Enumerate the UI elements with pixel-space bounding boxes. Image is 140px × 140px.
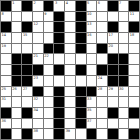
white-cell[interactable] (33, 44, 43, 54)
clue-number: 31 (2, 97, 6, 101)
white-cell[interactable] (97, 12, 107, 22)
white-cell[interactable] (44, 76, 54, 86)
white-cell[interactable] (12, 44, 22, 54)
clue-number: 17 (108, 33, 112, 37)
white-cell[interactable]: 11 (129, 12, 139, 22)
clue-number: 14 (2, 33, 6, 37)
white-cell[interactable] (76, 129, 86, 139)
white-cell[interactable]: 15 (22, 33, 32, 43)
white-cell[interactable] (44, 87, 54, 97)
white-cell[interactable] (129, 87, 139, 97)
clue-number: 4 (66, 1, 68, 5)
white-cell[interactable]: 19 (1, 44, 11, 54)
white-cell[interactable] (108, 12, 118, 22)
white-cell[interactable]: 31 (1, 97, 11, 107)
white-cell[interactable] (12, 129, 22, 139)
black-cell (54, 119, 64, 129)
clue-number: 2 (34, 1, 36, 5)
white-cell[interactable] (108, 97, 118, 107)
black-cell (22, 22, 32, 32)
white-cell[interactable]: 24 (97, 76, 107, 86)
black-cell (108, 1, 118, 11)
black-cell (76, 119, 86, 129)
white-cell[interactable]: 14 (1, 33, 11, 43)
white-cell[interactable]: 13 (87, 22, 97, 32)
clue-number: 19 (2, 44, 6, 48)
white-cell[interactable] (22, 97, 32, 107)
clue-number: 30 (119, 87, 123, 91)
black-cell (22, 129, 32, 139)
white-cell[interactable] (12, 33, 22, 43)
white-cell[interactable]: 4 (65, 1, 75, 11)
black-cell (54, 65, 64, 75)
clue-number: 6 (98, 1, 100, 5)
black-cell (54, 12, 64, 22)
black-cell (54, 97, 64, 107)
white-cell[interactable] (119, 33, 129, 43)
black-cell (1, 22, 11, 32)
black-cell (76, 33, 86, 43)
white-cell[interactable]: 7 (119, 1, 129, 11)
black-cell (76, 12, 86, 22)
white-cell[interactable] (44, 65, 54, 75)
white-cell[interactable]: 21 (33, 54, 43, 64)
white-cell[interactable] (12, 12, 22, 22)
black-cell (129, 129, 139, 139)
clue-number: 27 (23, 87, 27, 91)
black-cell (76, 1, 86, 11)
white-cell[interactable] (33, 12, 43, 22)
white-cell[interactable] (33, 119, 43, 129)
white-cell[interactable] (1, 76, 11, 86)
clue-number: 20 (108, 44, 112, 48)
white-cell[interactable] (129, 65, 139, 75)
white-cell[interactable] (97, 22, 107, 32)
black-cell (33, 87, 43, 97)
black-cell (1, 108, 11, 118)
black-cell (22, 54, 32, 64)
black-cell (1, 129, 11, 139)
clue-number: 12 (34, 22, 38, 26)
white-cell[interactable] (129, 97, 139, 107)
clue-number: 3 (55, 1, 57, 5)
white-cell[interactable] (119, 44, 129, 54)
white-cell[interactable]: 10 (87, 12, 97, 22)
white-cell[interactable] (108, 119, 118, 129)
black-cell (54, 22, 64, 32)
white-cell[interactable] (65, 97, 75, 107)
white-cell[interactable] (129, 44, 139, 54)
black-cell (54, 129, 64, 139)
black-cell (76, 65, 86, 75)
clue-number: 13 (87, 22, 91, 26)
white-cell[interactable] (33, 33, 43, 43)
white-cell[interactable]: 22 (44, 54, 54, 64)
white-cell[interactable] (44, 33, 54, 43)
white-cell[interactable] (44, 22, 54, 32)
white-cell[interactable]: 34 (33, 108, 43, 118)
clue-number: 22 (44, 54, 48, 58)
white-cell[interactable]: 25 (1, 87, 11, 97)
black-cell (76, 44, 86, 54)
black-cell (54, 44, 64, 54)
white-cell[interactable] (44, 97, 54, 107)
white-cell[interactable] (1, 65, 11, 75)
white-cell[interactable]: 20 (108, 44, 118, 54)
clue-number: 15 (23, 33, 27, 37)
white-cell[interactable] (87, 54, 97, 64)
white-cell[interactable] (54, 76, 64, 86)
black-cell (108, 129, 118, 139)
white-cell[interactable]: 2 (33, 1, 43, 11)
white-cell[interactable]: 38 (33, 129, 43, 139)
white-cell[interactable] (97, 33, 107, 43)
white-cell[interactable]: 32 (33, 97, 43, 107)
white-cell[interactable] (97, 119, 107, 129)
white-cell[interactable] (129, 54, 139, 64)
black-cell (76, 108, 86, 118)
black-cell (119, 76, 129, 86)
clue-number: 38 (34, 129, 38, 133)
black-cell (97, 44, 107, 54)
white-cell[interactable] (119, 108, 129, 118)
black-cell (12, 54, 22, 64)
white-cell[interactable] (1, 54, 11, 64)
clue-number: 29 (108, 87, 112, 91)
black-cell (87, 129, 97, 139)
black-cell (12, 76, 22, 86)
white-cell[interactable] (76, 76, 86, 86)
white-cell[interactable] (22, 119, 32, 129)
white-cell[interactable] (65, 44, 75, 54)
clue-number: 32 (34, 97, 38, 101)
black-cell (129, 108, 139, 118)
clue-number: 33 (87, 97, 91, 101)
white-cell[interactable]: 17 (108, 33, 118, 43)
black-cell (76, 87, 86, 97)
white-cell[interactable] (97, 108, 107, 118)
black-cell (22, 76, 32, 86)
clue-number: 34 (34, 108, 38, 112)
white-cell[interactable] (44, 108, 54, 118)
white-cell[interactable] (44, 129, 54, 139)
clue-number: 16 (87, 33, 91, 37)
clue-number: 7 (119, 1, 121, 5)
white-cell[interactable] (12, 22, 22, 32)
white-cell[interactable]: 18 (129, 33, 139, 43)
white-cell[interactable]: 5 (87, 1, 97, 11)
black-cell (76, 22, 86, 32)
white-cell[interactable]: 23 (33, 76, 43, 86)
white-cell[interactable]: 27 (22, 87, 32, 97)
black-cell (22, 108, 32, 118)
white-cell[interactable] (119, 129, 129, 139)
white-cell[interactable] (119, 119, 129, 129)
white-cell[interactable] (119, 22, 129, 32)
white-cell[interactable] (54, 54, 64, 64)
white-cell[interactable] (119, 97, 129, 107)
white-cell[interactable] (97, 129, 107, 139)
white-cell[interactable] (22, 12, 32, 22)
clue-number: 1 (12, 1, 14, 5)
white-cell[interactable] (65, 76, 75, 86)
white-cell[interactable]: 1 (12, 1, 22, 11)
black-cell (87, 87, 97, 97)
clue-number: 5 (87, 1, 89, 5)
clue-number: 39 (66, 129, 70, 133)
black-cell (33, 65, 43, 75)
white-cell[interactable]: 3 (54, 1, 64, 11)
white-cell[interactable]: 29 (108, 87, 118, 97)
black-cell (108, 22, 118, 32)
black-cell (44, 1, 54, 11)
clue-number: 11 (130, 12, 134, 16)
clue-number: 10 (87, 12, 91, 16)
white-cell[interactable] (65, 87, 75, 97)
black-cell (1, 1, 11, 11)
clue-number: 21 (34, 54, 38, 58)
white-cell[interactable]: 12 (33, 22, 43, 32)
white-cell[interactable]: 26 (12, 87, 22, 97)
white-cell[interactable] (97, 97, 107, 107)
black-cell (129, 22, 139, 32)
white-cell[interactable]: 16 (87, 33, 97, 43)
clue-number: 18 (130, 33, 134, 37)
black-cell (119, 65, 129, 75)
white-cell[interactable]: 28 (97, 87, 107, 97)
black-cell (108, 65, 118, 75)
white-cell[interactable]: 33 (87, 97, 97, 107)
clue-number: 28 (98, 87, 102, 91)
clue-number: 9 (44, 12, 46, 16)
black-cell (54, 87, 64, 97)
white-cell[interactable] (65, 119, 75, 129)
clue-number: 26 (12, 87, 16, 91)
white-cell[interactable]: 36 (1, 119, 11, 129)
black-cell (22, 65, 32, 75)
black-cell (44, 44, 54, 54)
white-cell[interactable] (76, 54, 86, 64)
white-cell[interactable] (129, 76, 139, 86)
white-cell[interactable] (65, 22, 75, 32)
clue-number: 23 (34, 76, 38, 80)
white-cell[interactable] (12, 108, 22, 118)
clue-number: 25 (2, 87, 6, 91)
white-cell[interactable] (87, 76, 97, 86)
white-cell[interactable] (65, 108, 75, 118)
white-cell[interactable] (119, 12, 129, 22)
white-cell[interactable]: 39 (65, 129, 75, 139)
white-cell[interactable] (129, 119, 139, 129)
clue-number: 36 (2, 119, 6, 123)
white-cell[interactable] (65, 12, 75, 22)
clue-number: 8 (2, 12, 4, 16)
black-cell (22, 1, 32, 11)
white-cell[interactable]: 30 (119, 87, 129, 97)
black-cell (129, 1, 139, 11)
white-cell[interactable] (65, 54, 75, 64)
clue-number: 37 (87, 119, 91, 123)
white-cell[interactable] (12, 97, 22, 107)
black-cell (76, 97, 86, 107)
clue-number: 24 (98, 76, 102, 80)
white-cell[interactable] (97, 54, 107, 64)
black-cell (108, 76, 118, 86)
black-cell (54, 33, 64, 43)
black-cell (108, 108, 118, 118)
black-cell (119, 54, 129, 64)
black-cell (12, 65, 22, 75)
white-cell[interactable] (87, 65, 97, 75)
black-cell (108, 54, 118, 64)
white-cell[interactable]: 35 (87, 108, 97, 118)
crossword-grid: 1234567891011121314151617181920212223242… (0, 0, 140, 140)
white-cell[interactable]: 37 (87, 119, 97, 129)
white-cell[interactable]: 8 (1, 12, 11, 22)
white-cell[interactable] (65, 33, 75, 43)
white-cell[interactable] (65, 65, 75, 75)
black-cell (97, 65, 107, 75)
black-cell (54, 108, 64, 118)
clue-number: 35 (87, 108, 91, 112)
white-cell[interactable] (87, 44, 97, 54)
white-cell[interactable]: 9 (44, 12, 54, 22)
white-cell[interactable]: 6 (97, 1, 107, 11)
white-cell[interactable] (44, 119, 54, 129)
white-cell[interactable] (22, 44, 32, 54)
white-cell[interactable] (12, 119, 22, 129)
